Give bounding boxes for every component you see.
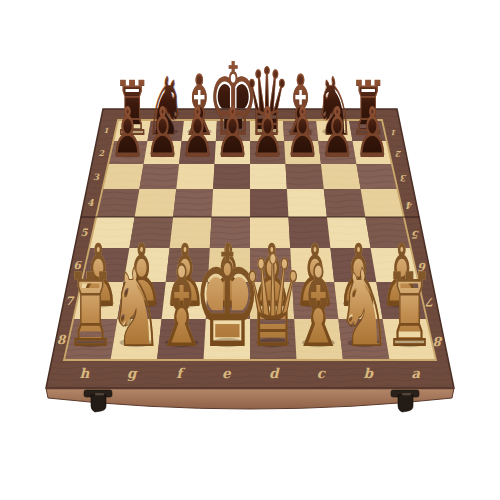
clasp-highlight — [95, 393, 104, 395]
square-d4[interactable] — [250, 189, 288, 217]
piece-outline: ♖ — [384, 251, 435, 371]
piece-dark-pawn-a2[interactable]: ♟♙ — [355, 91, 390, 172]
piece-dark-pawn-f2[interactable]: ♟♙ — [180, 91, 215, 172]
square-e4[interactable] — [212, 189, 250, 217]
square-g4[interactable] — [135, 189, 177, 217]
piece-outline: ♙ — [180, 91, 215, 172]
rank-label-left-3: 3 — [93, 172, 100, 182]
piece-outline: ♙ — [250, 91, 285, 172]
chess-set-photo: 1122334455667788hgfedcba♜♖♞♘♝♗♚♔♛♕♝♗♞♘♜♖… — [0, 0, 500, 500]
piece-dark-pawn-e2[interactable]: ♟♙ — [215, 91, 250, 172]
square-h4[interactable] — [96, 189, 139, 217]
clasp-hook — [398, 395, 413, 412]
rank-label-left-1: 1 — [103, 126, 108, 135]
square-c4[interactable] — [287, 189, 327, 217]
clasp-hook — [91, 395, 106, 412]
rank-label-right-3: 3 — [400, 173, 407, 183]
rank-label-right-4: 4 — [406, 200, 413, 211]
piece-dark-pawn-d2[interactable]: ♟♙ — [250, 91, 285, 172]
piece-dark-pawn-c2[interactable]: ♟♙ — [285, 91, 320, 172]
rank-label-left-4: 4 — [87, 197, 94, 208]
piece-outline: ♙ — [215, 91, 250, 172]
piece-outline: ♙ — [110, 91, 145, 172]
piece-dark-pawn-h2[interactable]: ♟♙ — [110, 91, 145, 172]
square-b4[interactable] — [324, 189, 366, 217]
piece-outline: ♙ — [355, 91, 390, 172]
chessboard: 1122334455667788hgfedcba♜♖♞♘♝♗♚♔♛♕♝♗♞♘♜♖… — [0, 0, 500, 500]
piece-outline: ♙ — [145, 91, 180, 172]
rank-label-right-1: 1 — [392, 128, 397, 137]
square-f4[interactable] — [173, 189, 213, 217]
piece-outline: ♙ — [285, 91, 320, 172]
piece-light-knight-b8[interactable]: ♞♘ — [336, 244, 391, 371]
square-a4[interactable] — [361, 189, 404, 217]
piece-dark-pawn-b2[interactable]: ♟♙ — [320, 91, 355, 172]
piece-light-rook-a8[interactable]: ♜♖ — [384, 251, 435, 371]
piece-outline: ♙ — [320, 91, 355, 172]
clasp-highlight — [402, 393, 411, 395]
piece-outline: ♘ — [336, 244, 391, 371]
piece-dark-pawn-g2[interactable]: ♟♙ — [145, 91, 180, 172]
